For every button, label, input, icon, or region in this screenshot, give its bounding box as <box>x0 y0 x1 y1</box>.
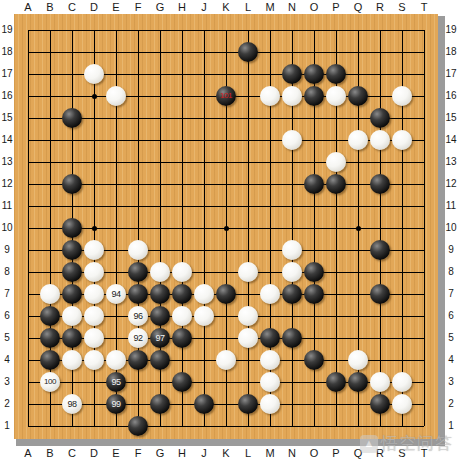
intersection-O13[interactable] <box>303 151 325 173</box>
intersection-C19[interactable] <box>61 19 83 41</box>
intersection-C13[interactable] <box>61 151 83 173</box>
intersection-A10[interactable] <box>17 217 39 239</box>
intersection-K19[interactable] <box>215 19 237 41</box>
intersection-L6[interactable] <box>237 305 259 327</box>
intersection-R7[interactable] <box>369 283 391 305</box>
intersection-Q10[interactable] <box>347 217 369 239</box>
intersection-L9[interactable] <box>237 239 259 261</box>
intersection-N15[interactable] <box>281 107 303 129</box>
intersection-K2[interactable] <box>215 393 237 415</box>
intersection-J17[interactable] <box>193 63 215 85</box>
intersection-J18[interactable] <box>193 41 215 63</box>
intersection-P9[interactable] <box>325 239 347 261</box>
intersection-R10[interactable] <box>369 217 391 239</box>
intersection-G10[interactable] <box>149 217 171 239</box>
intersection-Q17[interactable] <box>347 63 369 85</box>
intersection-N10[interactable] <box>281 217 303 239</box>
intersection-C10[interactable] <box>61 217 83 239</box>
intersection-Q6[interactable] <box>347 305 369 327</box>
intersection-C8[interactable] <box>61 261 83 283</box>
intersection-N18[interactable] <box>281 41 303 63</box>
intersection-K11[interactable] <box>215 195 237 217</box>
intersection-H16[interactable] <box>171 85 193 107</box>
intersection-N2[interactable] <box>281 393 303 415</box>
intersection-A17[interactable] <box>17 63 39 85</box>
intersection-N6[interactable] <box>281 305 303 327</box>
intersection-L10[interactable] <box>237 217 259 239</box>
intersection-H8[interactable] <box>171 261 193 283</box>
intersection-O17[interactable] <box>303 63 325 85</box>
intersection-R12[interactable] <box>369 173 391 195</box>
intersection-Q8[interactable] <box>347 261 369 283</box>
intersection-H9[interactable] <box>171 239 193 261</box>
intersection-P11[interactable] <box>325 195 347 217</box>
intersection-Q12[interactable] <box>347 173 369 195</box>
intersection-L1[interactable] <box>237 415 259 437</box>
intersection-J8[interactable] <box>193 261 215 283</box>
intersection-M17[interactable] <box>259 63 281 85</box>
intersection-S14[interactable] <box>391 129 413 151</box>
intersection-L11[interactable] <box>237 195 259 217</box>
intersection-O3[interactable] <box>303 371 325 393</box>
intersection-B6[interactable] <box>39 305 61 327</box>
intersection-L13[interactable] <box>237 151 259 173</box>
intersection-A13[interactable] <box>17 151 39 173</box>
intersection-M4[interactable] <box>259 349 281 371</box>
intersection-A1[interactable] <box>17 415 39 437</box>
intersection-P8[interactable] <box>325 261 347 283</box>
intersection-G17[interactable] <box>149 63 171 85</box>
intersection-A11[interactable] <box>17 195 39 217</box>
intersection-H13[interactable] <box>171 151 193 173</box>
intersection-M9[interactable] <box>259 239 281 261</box>
intersection-N8[interactable] <box>281 261 303 283</box>
intersection-O4[interactable] <box>303 349 325 371</box>
intersection-T16[interactable] <box>413 85 435 107</box>
intersection-O9[interactable] <box>303 239 325 261</box>
intersection-P17[interactable] <box>325 63 347 85</box>
intersection-P6[interactable] <box>325 305 347 327</box>
intersection-O10[interactable] <box>303 217 325 239</box>
intersection-M8[interactable] <box>259 261 281 283</box>
intersection-K10[interactable] <box>215 217 237 239</box>
intersection-C12[interactable] <box>61 173 83 195</box>
intersection-P18[interactable] <box>325 41 347 63</box>
intersection-P1[interactable] <box>325 415 347 437</box>
intersection-R2[interactable] <box>369 393 391 415</box>
intersection-R16[interactable] <box>369 85 391 107</box>
intersection-H5[interactable] <box>171 327 193 349</box>
intersection-G3[interactable] <box>149 371 171 393</box>
intersection-E7[interactable]: 94 <box>105 283 127 305</box>
intersection-C2[interactable]: 98 <box>61 393 83 415</box>
intersection-A15[interactable] <box>17 107 39 129</box>
intersection-S17[interactable] <box>391 63 413 85</box>
intersection-L17[interactable] <box>237 63 259 85</box>
intersection-T7[interactable] <box>413 283 435 305</box>
intersection-M16[interactable] <box>259 85 281 107</box>
intersection-A16[interactable] <box>17 85 39 107</box>
intersection-C17[interactable] <box>61 63 83 85</box>
intersection-M7[interactable] <box>259 283 281 305</box>
intersection-P7[interactable] <box>325 283 347 305</box>
intersection-J1[interactable] <box>193 415 215 437</box>
intersection-E5[interactable] <box>105 327 127 349</box>
intersection-H4[interactable] <box>171 349 193 371</box>
intersection-E14[interactable] <box>105 129 127 151</box>
intersection-R8[interactable] <box>369 261 391 283</box>
intersection-B9[interactable] <box>39 239 61 261</box>
intersection-B1[interactable] <box>39 415 61 437</box>
intersection-D4[interactable] <box>83 349 105 371</box>
intersection-N3[interactable] <box>281 371 303 393</box>
intersection-F16[interactable] <box>127 85 149 107</box>
intersection-N1[interactable] <box>281 415 303 437</box>
intersection-J6[interactable] <box>193 305 215 327</box>
intersection-J13[interactable] <box>193 151 215 173</box>
intersection-D1[interactable] <box>83 415 105 437</box>
intersection-F10[interactable] <box>127 217 149 239</box>
intersection-D3[interactable] <box>83 371 105 393</box>
intersection-M19[interactable] <box>259 19 281 41</box>
intersection-G16[interactable] <box>149 85 171 107</box>
intersection-R17[interactable] <box>369 63 391 85</box>
intersection-B12[interactable] <box>39 173 61 195</box>
intersection-P12[interactable] <box>325 173 347 195</box>
intersection-A12[interactable] <box>17 173 39 195</box>
intersection-T9[interactable] <box>413 239 435 261</box>
intersection-Q5[interactable] <box>347 327 369 349</box>
intersection-O6[interactable] <box>303 305 325 327</box>
intersection-G7[interactable] <box>149 283 171 305</box>
intersection-Q18[interactable] <box>347 41 369 63</box>
intersection-C16[interactable] <box>61 85 83 107</box>
intersection-T15[interactable] <box>413 107 435 129</box>
intersection-B19[interactable] <box>39 19 61 41</box>
intersection-R14[interactable] <box>369 129 391 151</box>
intersection-E19[interactable] <box>105 19 127 41</box>
intersection-G6[interactable] <box>149 305 171 327</box>
intersection-A4[interactable] <box>17 349 39 371</box>
intersection-K6[interactable] <box>215 305 237 327</box>
intersection-B4[interactable] <box>39 349 61 371</box>
intersection-T6[interactable] <box>413 305 435 327</box>
intersection-B13[interactable] <box>39 151 61 173</box>
intersection-A6[interactable] <box>17 305 39 327</box>
intersection-P2[interactable] <box>325 393 347 415</box>
intersection-J10[interactable] <box>193 217 215 239</box>
intersection-N9[interactable] <box>281 239 303 261</box>
intersection-O11[interactable] <box>303 195 325 217</box>
intersection-Q7[interactable] <box>347 283 369 305</box>
intersection-R3[interactable] <box>369 371 391 393</box>
intersection-Q3[interactable] <box>347 371 369 393</box>
intersection-F18[interactable] <box>127 41 149 63</box>
intersection-M10[interactable] <box>259 217 281 239</box>
intersection-C6[interactable] <box>61 305 83 327</box>
intersection-O14[interactable] <box>303 129 325 151</box>
intersection-P19[interactable] <box>325 19 347 41</box>
intersection-S10[interactable] <box>391 217 413 239</box>
intersection-H2[interactable] <box>171 393 193 415</box>
intersection-K16[interactable]: 101 <box>215 85 237 107</box>
intersection-E8[interactable] <box>105 261 127 283</box>
intersection-D12[interactable] <box>83 173 105 195</box>
intersection-M13[interactable] <box>259 151 281 173</box>
intersection-A9[interactable] <box>17 239 39 261</box>
intersection-Q11[interactable] <box>347 195 369 217</box>
intersection-M14[interactable] <box>259 129 281 151</box>
intersection-L8[interactable] <box>237 261 259 283</box>
intersection-B17[interactable] <box>39 63 61 85</box>
intersection-J19[interactable] <box>193 19 215 41</box>
intersection-H3[interactable] <box>171 371 193 393</box>
intersection-S4[interactable] <box>391 349 413 371</box>
intersection-N7[interactable] <box>281 283 303 305</box>
intersection-B5[interactable] <box>39 327 61 349</box>
intersection-E11[interactable] <box>105 195 127 217</box>
intersection-J7[interactable] <box>193 283 215 305</box>
intersection-T14[interactable] <box>413 129 435 151</box>
intersection-N13[interactable] <box>281 151 303 173</box>
intersection-F1[interactable] <box>127 415 149 437</box>
intersection-T11[interactable] <box>413 195 435 217</box>
intersection-E2[interactable]: 99 <box>105 393 127 415</box>
intersection-M3[interactable] <box>259 371 281 393</box>
intersection-F8[interactable] <box>127 261 149 283</box>
intersection-E6[interactable] <box>105 305 127 327</box>
intersection-C7[interactable] <box>61 283 83 305</box>
intersection-C18[interactable] <box>61 41 83 63</box>
intersection-L3[interactable] <box>237 371 259 393</box>
intersection-Q19[interactable] <box>347 19 369 41</box>
intersection-R5[interactable] <box>369 327 391 349</box>
intersection-S12[interactable] <box>391 173 413 195</box>
intersection-E12[interactable] <box>105 173 127 195</box>
intersection-R13[interactable] <box>369 151 391 173</box>
intersection-A14[interactable] <box>17 129 39 151</box>
intersection-L7[interactable] <box>237 283 259 305</box>
intersection-S5[interactable] <box>391 327 413 349</box>
intersection-O7[interactable] <box>303 283 325 305</box>
intersection-A18[interactable] <box>17 41 39 63</box>
intersection-R4[interactable] <box>369 349 391 371</box>
intersection-F17[interactable] <box>127 63 149 85</box>
intersection-G4[interactable] <box>149 349 171 371</box>
intersection-D19[interactable] <box>83 19 105 41</box>
intersection-C9[interactable] <box>61 239 83 261</box>
intersection-C15[interactable] <box>61 107 83 129</box>
intersection-F14[interactable] <box>127 129 149 151</box>
intersection-B3[interactable]: 100 <box>39 371 61 393</box>
intersection-K15[interactable] <box>215 107 237 129</box>
intersection-D13[interactable] <box>83 151 105 173</box>
intersection-G5[interactable]: 97 <box>149 327 171 349</box>
intersection-M11[interactable] <box>259 195 281 217</box>
intersection-S2[interactable] <box>391 393 413 415</box>
intersection-S8[interactable] <box>391 261 413 283</box>
intersection-E1[interactable] <box>105 415 127 437</box>
intersection-B10[interactable] <box>39 217 61 239</box>
intersection-C1[interactable] <box>61 415 83 437</box>
intersection-D6[interactable] <box>83 305 105 327</box>
intersection-L2[interactable] <box>237 393 259 415</box>
intersection-M5[interactable] <box>259 327 281 349</box>
intersection-S16[interactable] <box>391 85 413 107</box>
intersection-N5[interactable] <box>281 327 303 349</box>
intersection-K9[interactable] <box>215 239 237 261</box>
intersection-N17[interactable] <box>281 63 303 85</box>
intersection-B11[interactable] <box>39 195 61 217</box>
intersection-P5[interactable] <box>325 327 347 349</box>
intersection-J4[interactable] <box>193 349 215 371</box>
intersection-H17[interactable] <box>171 63 193 85</box>
intersection-N16[interactable] <box>281 85 303 107</box>
intersection-F5[interactable]: 92 <box>127 327 149 349</box>
intersection-A7[interactable] <box>17 283 39 305</box>
intersection-B15[interactable] <box>39 107 61 129</box>
intersection-M6[interactable] <box>259 305 281 327</box>
intersection-N11[interactable] <box>281 195 303 217</box>
intersection-J5[interactable] <box>193 327 215 349</box>
intersection-K18[interactable] <box>215 41 237 63</box>
intersection-E13[interactable] <box>105 151 127 173</box>
intersection-O18[interactable] <box>303 41 325 63</box>
intersection-D16[interactable] <box>83 85 105 107</box>
intersection-O8[interactable] <box>303 261 325 283</box>
intersection-L14[interactable] <box>237 129 259 151</box>
intersection-G1[interactable] <box>149 415 171 437</box>
intersection-J3[interactable] <box>193 371 215 393</box>
intersection-J11[interactable] <box>193 195 215 217</box>
intersection-J9[interactable] <box>193 239 215 261</box>
intersection-P16[interactable] <box>325 85 347 107</box>
intersection-B14[interactable] <box>39 129 61 151</box>
intersection-P14[interactable] <box>325 129 347 151</box>
intersection-Q14[interactable] <box>347 129 369 151</box>
intersection-K1[interactable] <box>215 415 237 437</box>
intersection-T8[interactable] <box>413 261 435 283</box>
intersection-L15[interactable] <box>237 107 259 129</box>
intersection-O16[interactable] <box>303 85 325 107</box>
intersection-B16[interactable] <box>39 85 61 107</box>
intersection-M2[interactable] <box>259 393 281 415</box>
intersection-Q13[interactable] <box>347 151 369 173</box>
intersection-G9[interactable] <box>149 239 171 261</box>
intersection-H7[interactable] <box>171 283 193 305</box>
intersection-J2[interactable] <box>193 393 215 415</box>
intersection-T10[interactable] <box>413 217 435 239</box>
intersection-D5[interactable] <box>83 327 105 349</box>
intersection-F3[interactable] <box>127 371 149 393</box>
intersection-N12[interactable] <box>281 173 303 195</box>
intersection-M1[interactable] <box>259 415 281 437</box>
intersection-G18[interactable] <box>149 41 171 63</box>
intersection-S18[interactable] <box>391 41 413 63</box>
intersection-S6[interactable] <box>391 305 413 327</box>
intersection-H14[interactable] <box>171 129 193 151</box>
intersection-E4[interactable] <box>105 349 127 371</box>
intersection-S11[interactable] <box>391 195 413 217</box>
intersection-H18[interactable] <box>171 41 193 63</box>
intersection-E10[interactable] <box>105 217 127 239</box>
intersection-B8[interactable] <box>39 261 61 283</box>
intersection-A8[interactable] <box>17 261 39 283</box>
intersection-F13[interactable] <box>127 151 149 173</box>
intersection-S19[interactable] <box>391 19 413 41</box>
intersection-F19[interactable] <box>127 19 149 41</box>
intersection-O12[interactable] <box>303 173 325 195</box>
intersection-O19[interactable] <box>303 19 325 41</box>
intersection-K17[interactable] <box>215 63 237 85</box>
intersection-T19[interactable] <box>413 19 435 41</box>
intersection-L16[interactable] <box>237 85 259 107</box>
intersection-J16[interactable] <box>193 85 215 107</box>
intersection-Q2[interactable] <box>347 393 369 415</box>
intersection-H1[interactable] <box>171 415 193 437</box>
intersection-K4[interactable] <box>215 349 237 371</box>
intersection-E3[interactable]: 95 <box>105 371 127 393</box>
intersection-R11[interactable] <box>369 195 391 217</box>
intersection-F4[interactable] <box>127 349 149 371</box>
intersection-K3[interactable] <box>215 371 237 393</box>
intersection-A2[interactable] <box>17 393 39 415</box>
intersection-G12[interactable] <box>149 173 171 195</box>
intersection-A3[interactable] <box>17 371 39 393</box>
intersection-T18[interactable] <box>413 41 435 63</box>
intersection-H6[interactable] <box>171 305 193 327</box>
intersection-D17[interactable] <box>83 63 105 85</box>
intersection-H19[interactable] <box>171 19 193 41</box>
intersection-L19[interactable] <box>237 19 259 41</box>
intersection-Q16[interactable] <box>347 85 369 107</box>
intersection-T12[interactable] <box>413 173 435 195</box>
intersection-P4[interactable] <box>325 349 347 371</box>
intersection-H15[interactable] <box>171 107 193 129</box>
intersection-S13[interactable] <box>391 151 413 173</box>
intersection-C5[interactable] <box>61 327 83 349</box>
intersection-D15[interactable] <box>83 107 105 129</box>
intersection-H11[interactable] <box>171 195 193 217</box>
intersection-L12[interactable] <box>237 173 259 195</box>
intersection-B2[interactable] <box>39 393 61 415</box>
intersection-G15[interactable] <box>149 107 171 129</box>
intersection-S3[interactable] <box>391 371 413 393</box>
intersection-L18[interactable] <box>237 41 259 63</box>
intersection-G13[interactable] <box>149 151 171 173</box>
intersection-T4[interactable] <box>413 349 435 371</box>
intersection-J15[interactable] <box>193 107 215 129</box>
intersection-D11[interactable] <box>83 195 105 217</box>
intersection-P3[interactable] <box>325 371 347 393</box>
intersection-F12[interactable] <box>127 173 149 195</box>
intersection-D10[interactable] <box>83 217 105 239</box>
intersection-K14[interactable] <box>215 129 237 151</box>
intersection-E16[interactable] <box>105 85 127 107</box>
intersection-C4[interactable] <box>61 349 83 371</box>
intersection-K12[interactable] <box>215 173 237 195</box>
intersection-S15[interactable] <box>391 107 413 129</box>
intersection-C11[interactable] <box>61 195 83 217</box>
intersection-D9[interactable] <box>83 239 105 261</box>
intersection-T5[interactable] <box>413 327 435 349</box>
intersection-R9[interactable] <box>369 239 391 261</box>
intersection-G8[interactable] <box>149 261 171 283</box>
intersection-L5[interactable] <box>237 327 259 349</box>
intersection-M12[interactable] <box>259 173 281 195</box>
intersection-C3[interactable] <box>61 371 83 393</box>
intersection-P10[interactable] <box>325 217 347 239</box>
